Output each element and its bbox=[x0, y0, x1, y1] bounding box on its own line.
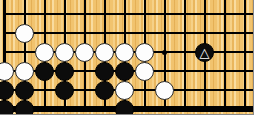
intersection-c9-r5[interactable] bbox=[155, 81, 175, 100]
intersection-c11-r4[interactable] bbox=[195, 62, 215, 81]
intersection-c10-r2[interactable] bbox=[175, 24, 195, 43]
intersection-c8-r5[interactable] bbox=[135, 81, 155, 100]
intersection-c4-r6[interactable] bbox=[55, 100, 75, 115]
intersection-c12-r4[interactable] bbox=[215, 62, 235, 81]
intersection-c13-r6[interactable] bbox=[235, 100, 254, 115]
intersection-c6-r6[interactable] bbox=[95, 100, 115, 115]
intersection-c7-r3[interactable] bbox=[115, 43, 135, 62]
intersection-c2-r6[interactable] bbox=[15, 100, 35, 115]
intersection-c4-r4[interactable] bbox=[55, 62, 75, 81]
go-board[interactable]: △ bbox=[0, 0, 253, 114]
intersection-c2-r2[interactable] bbox=[15, 24, 35, 43]
intersection-c12-r5[interactable] bbox=[215, 81, 235, 100]
intersection-c10-r3[interactable] bbox=[175, 43, 195, 62]
intersection-c9-r1[interactable] bbox=[155, 5, 175, 24]
intersection-c4-r1[interactable] bbox=[55, 5, 75, 24]
intersection-c13-r1[interactable] bbox=[235, 5, 254, 24]
intersection-c5-r1[interactable] bbox=[75, 5, 95, 24]
intersection-c1-r1[interactable] bbox=[0, 5, 15, 24]
white-stone[interactable] bbox=[135, 43, 154, 62]
intersection-c9-r2[interactable] bbox=[155, 24, 175, 43]
intersection-c5-r6[interactable] bbox=[75, 100, 95, 115]
intersection-c2-r5[interactable] bbox=[15, 81, 35, 100]
intersection-c2-r3[interactable] bbox=[15, 43, 35, 62]
intersection-c7-r1[interactable] bbox=[115, 5, 135, 24]
intersection-c3-r3[interactable] bbox=[35, 43, 55, 62]
intersection-c1-r3[interactable] bbox=[0, 43, 15, 62]
intersection-grid: △ bbox=[0, 5, 253, 115]
intersection-c9-r4[interactable] bbox=[155, 62, 175, 81]
intersection-c8-r3[interactable] bbox=[135, 43, 155, 62]
black-stone-triangle-marked[interactable]: △ bbox=[195, 43, 214, 62]
intersection-c13-r2[interactable] bbox=[235, 24, 254, 43]
intersection-c5-r2[interactable] bbox=[75, 24, 95, 43]
intersection-c6-r3[interactable] bbox=[95, 43, 115, 62]
white-stone[interactable] bbox=[135, 62, 154, 81]
intersection-c11-r1[interactable] bbox=[195, 5, 215, 24]
star-point bbox=[162, 50, 167, 55]
intersection-c10-r4[interactable] bbox=[175, 62, 195, 81]
black-stone[interactable] bbox=[55, 81, 74, 100]
black-stone[interactable] bbox=[15, 100, 34, 115]
intersection-c4-r5[interactable] bbox=[55, 81, 75, 100]
intersection-c3-r1[interactable] bbox=[35, 5, 55, 24]
white-stone[interactable] bbox=[15, 24, 34, 43]
go-diagram: △ bbox=[0, 0, 253, 114]
white-stone[interactable] bbox=[115, 43, 134, 62]
intersection-c11-r6[interactable] bbox=[195, 100, 215, 115]
intersection-c3-r6[interactable] bbox=[35, 100, 55, 115]
intersection-c3-r4[interactable] bbox=[35, 62, 55, 81]
black-stone[interactable] bbox=[0, 100, 14, 115]
intersection-c5-r4[interactable] bbox=[75, 62, 95, 81]
white-stone[interactable] bbox=[55, 43, 74, 62]
black-stone[interactable] bbox=[0, 81, 14, 100]
intersection-c6-r4[interactable] bbox=[95, 62, 115, 81]
white-stone[interactable] bbox=[0, 62, 14, 81]
black-stone[interactable] bbox=[115, 100, 134, 115]
intersection-c8-r6[interactable] bbox=[135, 100, 155, 115]
black-stone[interactable] bbox=[35, 62, 54, 81]
intersection-c7-r2[interactable] bbox=[115, 24, 135, 43]
white-stone[interactable] bbox=[75, 43, 94, 62]
white-stone[interactable] bbox=[95, 43, 114, 62]
black-stone[interactable] bbox=[95, 81, 114, 100]
intersection-c12-r2[interactable] bbox=[215, 24, 235, 43]
intersection-c11-r5[interactable] bbox=[195, 81, 215, 100]
intersection-c4-r3[interactable] bbox=[55, 43, 75, 62]
intersection-c8-r2[interactable] bbox=[135, 24, 155, 43]
intersection-c5-r3[interactable] bbox=[75, 43, 95, 62]
white-stone[interactable] bbox=[155, 81, 174, 100]
white-stone[interactable] bbox=[115, 81, 134, 100]
intersection-c1-r4[interactable] bbox=[0, 62, 15, 81]
intersection-c11-r2[interactable] bbox=[195, 24, 215, 43]
intersection-c12-r6[interactable] bbox=[215, 100, 235, 115]
intersection-c9-r6[interactable] bbox=[155, 100, 175, 115]
intersection-c6-r2[interactable] bbox=[95, 24, 115, 43]
intersection-c10-r5[interactable] bbox=[175, 81, 195, 100]
intersection-c12-r1[interactable] bbox=[215, 5, 235, 24]
intersection-c7-r6[interactable] bbox=[115, 100, 135, 115]
intersection-c7-r5[interactable] bbox=[115, 81, 135, 100]
black-stone[interactable] bbox=[95, 62, 114, 81]
intersection-c12-r3[interactable] bbox=[215, 43, 235, 62]
intersection-c5-r5[interactable] bbox=[75, 81, 95, 100]
intersection-c13-r4[interactable] bbox=[235, 62, 254, 81]
intersection-c3-r2[interactable] bbox=[35, 24, 55, 43]
intersection-c1-r5[interactable] bbox=[0, 81, 15, 100]
intersection-c4-r2[interactable] bbox=[55, 24, 75, 43]
intersection-c13-r3[interactable] bbox=[235, 43, 254, 62]
intersection-c6-r1[interactable] bbox=[95, 5, 115, 24]
intersection-c8-r1[interactable] bbox=[135, 5, 155, 24]
white-stone[interactable] bbox=[35, 43, 54, 62]
intersection-c2-r4[interactable] bbox=[15, 62, 35, 81]
intersection-c13-r5[interactable] bbox=[235, 81, 254, 100]
intersection-c1-r2[interactable] bbox=[0, 24, 15, 43]
white-stone[interactable] bbox=[15, 62, 34, 81]
intersection-c6-r5[interactable] bbox=[95, 81, 115, 100]
intersection-c10-r6[interactable] bbox=[175, 100, 195, 115]
intersection-c8-r4[interactable] bbox=[135, 62, 155, 81]
intersection-c9-r3[interactable] bbox=[155, 43, 175, 62]
intersection-c1-r6[interactable] bbox=[0, 100, 15, 115]
intersection-c7-r4[interactable] bbox=[115, 62, 135, 81]
intersection-c2-r1[interactable] bbox=[15, 5, 35, 24]
black-stone[interactable] bbox=[15, 81, 34, 100]
black-stone[interactable] bbox=[115, 62, 134, 81]
triangle-marker: △ bbox=[200, 45, 210, 58]
intersection-c11-r3[interactable]: △ bbox=[195, 43, 215, 62]
black-stone[interactable] bbox=[55, 62, 74, 81]
intersection-c10-r1[interactable] bbox=[175, 5, 195, 24]
intersection-c3-r5[interactable] bbox=[35, 81, 55, 100]
